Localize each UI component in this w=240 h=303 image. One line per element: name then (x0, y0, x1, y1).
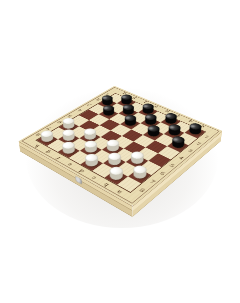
photo-scene: hgfedcba hgfedcba 87654321 87654321 (0, 0, 240, 303)
checkers-board: hgfedcba hgfedcba 87654321 87654321 (19, 86, 222, 206)
board-grid (37, 94, 206, 192)
checker-black-piece (123, 120, 139, 129)
metal-clasp-latch (75, 176, 82, 185)
product-photo-checkers-set[interactable]: hgfedcba hgfedcba 87654321 87654321 (0, 0, 240, 303)
checker-black-piece (101, 110, 116, 118)
checker-black-piece (187, 128, 203, 137)
